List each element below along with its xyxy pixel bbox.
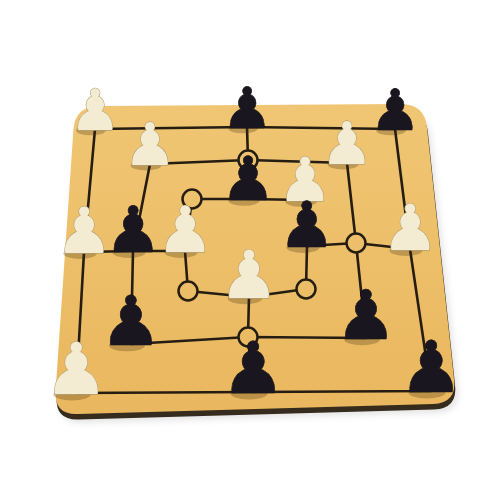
morris-board: ♟♟♟♟♟♟♟♟♟♟♟♟♟♟♟♟♟♟ bbox=[0, 0, 500, 500]
black-pawn-inner-tm[interactable]: ♟ bbox=[221, 143, 276, 214]
empty-point-middle-rm[interactable] bbox=[347, 234, 366, 253]
board-pieces: ♟♟♟♟♟♟♟♟♟♟♟♟♟♟♟♟♟♟ bbox=[44, 75, 463, 411]
black-pawn-middle-bl[interactable]: ♟ bbox=[100, 281, 162, 361]
black-pawn-outer-bm[interactable]: ♟ bbox=[221, 327, 285, 410]
empty-point-inner-br[interactable] bbox=[297, 280, 316, 299]
black-pawn-outer-tr[interactable]: ♟ bbox=[369, 77, 420, 143]
black-pawn-outer-br[interactable]: ♟ bbox=[399, 326, 463, 409]
product-photo-stage: ♟♟♟♟♟♟♟♟♟♟♟♟♟♟♟♟♟♟ bbox=[0, 0, 500, 500]
black-pawn-middle-lm[interactable]: ♟ bbox=[104, 193, 161, 267]
white-pawn-inner-lm[interactable]: ♟ bbox=[156, 193, 213, 267]
white-pawn-outer-bl[interactable]: ♟ bbox=[44, 328, 108, 411]
white-pawn-outer-rm[interactable]: ♟ bbox=[381, 191, 438, 265]
empty-point-inner-bl[interactable] bbox=[179, 282, 198, 301]
white-pawn-middle-tl[interactable]: ♟ bbox=[124, 110, 177, 179]
black-pawn-middle-br[interactable]: ♟ bbox=[335, 275, 396, 355]
white-pawn-outer-lm[interactable]: ♟ bbox=[55, 194, 112, 268]
white-pawn-inner-bm[interactable]: ♟ bbox=[219, 236, 278, 314]
white-pawn-outer-tl[interactable]: ♟ bbox=[69, 77, 120, 143]
black-pawn-inner-rm[interactable]: ♟ bbox=[279, 188, 336, 262]
black-pawn-outer-tm[interactable]: ♟ bbox=[221, 75, 272, 141]
